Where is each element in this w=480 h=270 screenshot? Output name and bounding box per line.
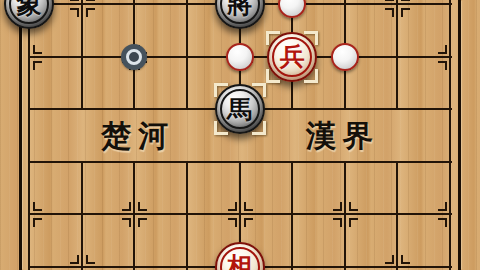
point-marker <box>33 61 42 70</box>
grid-line-vertical <box>186 0 188 110</box>
point-marker <box>244 218 253 227</box>
piece-glyph: 相 <box>227 254 252 270</box>
xiangqi-board[interactable]: 楚河 漢界 象將馬兵相 <box>0 0 480 270</box>
point-marker <box>228 218 237 227</box>
point-marker <box>70 8 79 17</box>
point-marker <box>401 0 410 1</box>
point-marker <box>244 202 253 211</box>
grid-line-vertical <box>344 161 346 270</box>
point-marker <box>86 0 95 1</box>
grid-line-vertical <box>81 161 83 270</box>
point-marker <box>438 202 447 211</box>
grid-line-vertical <box>396 0 398 110</box>
point-marker <box>122 202 131 211</box>
piece-glyph: 象 <box>17 0 42 17</box>
piece-glyph: 將 <box>227 0 252 17</box>
piece-red-soldier[interactable]: 兵 <box>267 32 317 82</box>
move-hint-ball[interactable] <box>226 43 254 71</box>
point-marker <box>438 218 447 227</box>
board-border-right <box>458 0 461 270</box>
point-marker <box>33 218 42 227</box>
grid-line-vertical <box>81 0 83 110</box>
point-marker <box>438 61 447 70</box>
board-border-left <box>19 0 22 270</box>
point-marker <box>86 8 95 17</box>
point-marker <box>333 218 342 227</box>
piece-black-general[interactable]: 將 <box>215 0 265 29</box>
point-marker <box>33 45 42 54</box>
river-label-han-jie: 漢界 <box>306 116 380 157</box>
point-marker <box>349 202 358 211</box>
point-marker <box>385 8 394 17</box>
piece-red-elephant[interactable]: 相 <box>215 242 265 270</box>
point-marker <box>401 255 410 264</box>
point-marker <box>349 218 358 227</box>
grid-line-vertical <box>291 161 293 270</box>
grid-line-vertical <box>396 161 398 270</box>
river-label-chu-he: 楚河 <box>101 116 175 157</box>
piece-black-elephant[interactable]: 象 <box>4 0 54 29</box>
grid-line-vertical <box>28 0 30 270</box>
app-window: 楚河 漢界 象將馬兵相 <box>0 0 480 270</box>
piece-black-horse[interactable]: 馬 <box>215 84 265 134</box>
piece-glyph: 兵 <box>280 44 305 69</box>
point-marker <box>70 255 79 264</box>
last-move-origin-marker <box>121 44 147 70</box>
point-marker <box>70 0 79 1</box>
grid-line-vertical <box>449 0 451 270</box>
point-marker <box>138 202 147 211</box>
point-marker <box>333 202 342 211</box>
grid-line-vertical <box>186 161 188 270</box>
point-marker <box>385 255 394 264</box>
point-marker <box>438 45 447 54</box>
point-marker <box>122 218 131 227</box>
point-marker <box>33 202 42 211</box>
move-hint-ball[interactable] <box>278 0 306 18</box>
point-marker <box>385 0 394 1</box>
piece-glyph: 馬 <box>227 97 252 122</box>
point-marker <box>228 202 237 211</box>
point-marker <box>401 8 410 17</box>
grid-line-vertical <box>133 161 135 270</box>
point-marker <box>138 218 147 227</box>
move-hint-ball[interactable] <box>331 43 359 71</box>
point-marker <box>86 255 95 264</box>
